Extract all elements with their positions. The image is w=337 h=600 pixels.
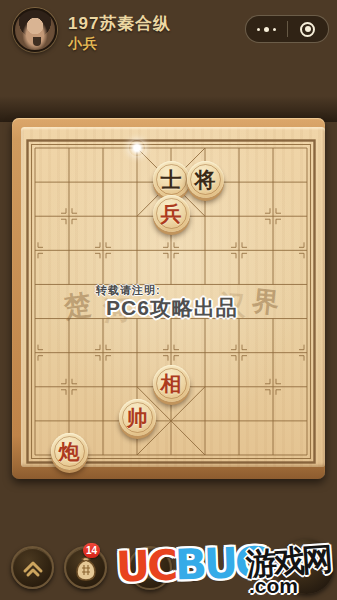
more-icon bbox=[264, 27, 269, 32]
watermark-brand: PC6攻略出品 bbox=[106, 294, 238, 322]
app-screen: 197苏秦合纵 小兵 楚 河 汉 界 转载请注明: PC6攻略出品 士将兵相帅炮 bbox=[0, 0, 337, 600]
miniprogram-capsule bbox=[245, 15, 329, 43]
piece-glyph: 炮 bbox=[59, 441, 80, 462]
level-title: 197苏秦合纵 bbox=[68, 12, 171, 35]
piece-red-general[interactable]: 帅 bbox=[119, 399, 156, 436]
piece-glyph: 相 bbox=[161, 373, 182, 394]
close-minimize-button[interactable] bbox=[288, 16, 329, 42]
piece-glyph: 士 bbox=[161, 169, 182, 190]
collapse-button[interactable] bbox=[11, 546, 54, 589]
more-icon bbox=[273, 28, 276, 31]
piece-black-advisor[interactable]: 士 bbox=[153, 161, 190, 198]
site-watermark-com: .com bbox=[249, 574, 298, 598]
piece-glyph: 帅 bbox=[127, 407, 148, 428]
hint-count-badge: 14 bbox=[83, 543, 100, 558]
piece-glyph: 兵 bbox=[161, 203, 182, 224]
piece-glyph: 将 bbox=[195, 169, 216, 190]
piece-red-cannon[interactable]: 炮 bbox=[51, 433, 88, 470]
river-label-jie: 界 bbox=[250, 283, 281, 322]
record-circle-icon bbox=[300, 22, 315, 37]
rank-label: 小兵 bbox=[68, 35, 98, 53]
chevron-up-icon bbox=[21, 557, 45, 579]
more-icon bbox=[257, 28, 260, 31]
avatar[interactable] bbox=[13, 8, 57, 52]
piece-red-elephant[interactable]: 相 bbox=[153, 365, 190, 402]
last-move-marker bbox=[129, 140, 145, 156]
piece-black-general[interactable]: 将 bbox=[187, 161, 224, 198]
river-label-chu: 楚 bbox=[62, 286, 94, 325]
piece-red-soldier[interactable]: 兵 bbox=[153, 195, 190, 232]
more-menu-button[interactable] bbox=[246, 16, 287, 42]
logo-uc: UC bbox=[115, 541, 176, 592]
